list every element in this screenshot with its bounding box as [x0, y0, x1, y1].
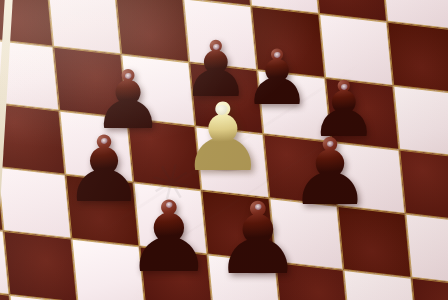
board-square: [405, 214, 448, 286]
black-pawn[interactable]: ♟: [214, 189, 303, 288]
board-square: [0, 167, 71, 239]
white-pawn[interactable]: ♟: [181, 91, 265, 185]
board-square: [387, 22, 448, 94]
board-square: [3, 231, 77, 300]
chessboard-photo: ✳ ♟♟♟♟♟♟♟♟♟: [0, 0, 448, 300]
board-square: [399, 150, 448, 222]
board-square: [393, 86, 448, 158]
board-square: [0, 103, 65, 175]
black-pawn[interactable]: ♟: [125, 188, 213, 286]
board-square: [411, 278, 448, 300]
